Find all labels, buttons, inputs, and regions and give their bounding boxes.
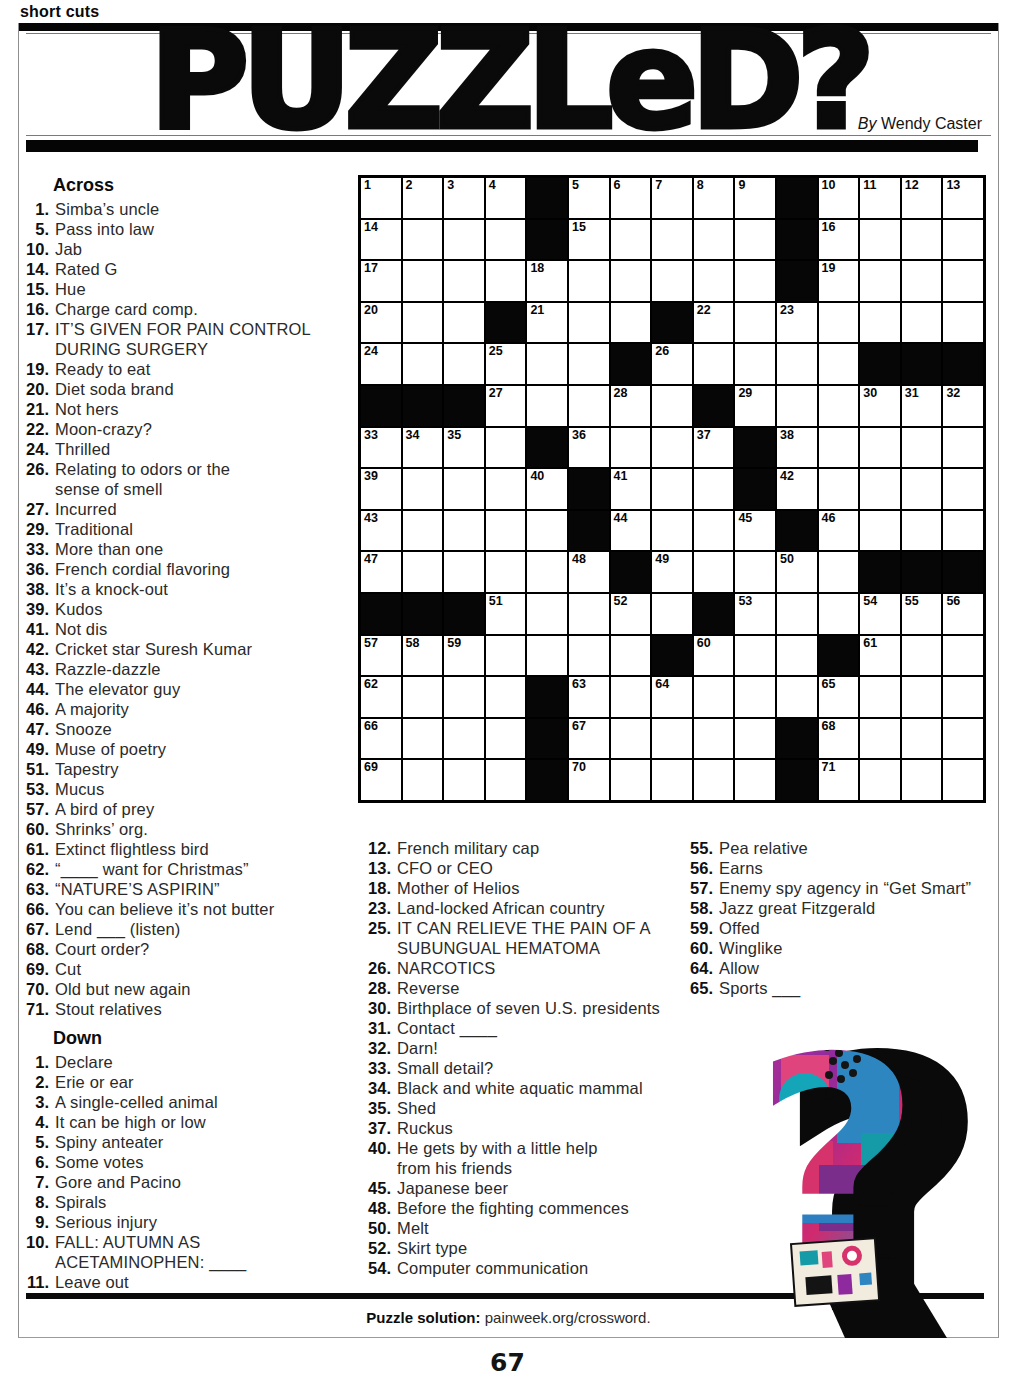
- grid-cell-number: 48: [572, 553, 586, 566]
- grid-cell[interactable]: 25: [486, 344, 526, 384]
- clue-number: 11.: [21, 1272, 55, 1292]
- clue-item: 60.Winglike: [685, 938, 990, 958]
- grid-cell[interactable]: [444, 511, 484, 551]
- page-title: PUZZLeD?: [19, 25, 998, 137]
- clue-item: 55.Pea relative: [685, 838, 990, 858]
- grid-cell[interactable]: 61: [860, 636, 900, 676]
- grid-cell[interactable]: [819, 552, 859, 592]
- grid-cell[interactable]: 10: [819, 178, 859, 218]
- grid-cell[interactable]: [735, 261, 775, 301]
- grid-cell[interactable]: [444, 760, 484, 800]
- grid-cell[interactable]: [444, 552, 484, 592]
- clue-number: 1.: [21, 1052, 55, 1072]
- grid-cell[interactable]: [652, 760, 692, 800]
- grid-cell-number: 45: [738, 512, 752, 525]
- grid-cell-black: [777, 220, 817, 260]
- grid-cell[interactable]: 36: [569, 428, 609, 468]
- clue-text: Earns: [719, 858, 763, 878]
- clue-item: 34.Black and white aquatic mammal: [359, 1078, 684, 1098]
- grid-cell[interactable]: 22: [694, 303, 734, 343]
- grid-cell-number: 26: [655, 345, 669, 358]
- grid-cell[interactable]: [527, 594, 567, 634]
- grid-cell-black: [569, 511, 609, 551]
- grid-cell[interactable]: [403, 719, 443, 759]
- clue-item: 50.Melt: [359, 1218, 684, 1238]
- grid-cell[interactable]: [860, 261, 900, 301]
- grid-cell[interactable]: [860, 677, 900, 717]
- grid-cell[interactable]: 59: [444, 636, 484, 676]
- clue-number: 32.: [359, 1038, 397, 1058]
- grid-cell[interactable]: [819, 469, 859, 509]
- down-heading: Down: [53, 1028, 351, 1049]
- grid-cell-number: 33: [364, 429, 378, 442]
- grid-cell[interactable]: 28: [611, 386, 651, 426]
- grid-cell[interactable]: [694, 511, 734, 551]
- grid-cell-number: 67: [572, 720, 586, 733]
- clue-text: Black and white aquatic mammal: [397, 1078, 643, 1098]
- grid-cell[interactable]: [902, 469, 942, 509]
- grid-cell[interactable]: [735, 303, 775, 343]
- clue-item: 33.More than one: [21, 539, 351, 559]
- grid-cell[interactable]: 3: [444, 178, 484, 218]
- left-clue-column: Across 1.Simba’s uncle5.Pass into law10.…: [21, 175, 351, 1292]
- grid-cell[interactable]: 38: [777, 428, 817, 468]
- clue-item: 44.The elevator guy: [21, 679, 351, 699]
- grid-cell[interactable]: 58: [403, 636, 443, 676]
- grid-cell[interactable]: [403, 552, 443, 592]
- grid-cell[interactable]: [860, 303, 900, 343]
- grid-cell-black: [652, 303, 692, 343]
- grid-cell[interactable]: [652, 261, 692, 301]
- grid-cell[interactable]: 14: [361, 220, 401, 260]
- grid-cell[interactable]: [735, 760, 775, 800]
- grid-cell[interactable]: 57: [361, 636, 401, 676]
- clue-number: 44.: [21, 679, 55, 699]
- grid-cell[interactable]: 4: [486, 178, 526, 218]
- grid-cell[interactable]: [444, 220, 484, 260]
- clue-text: He gets by with a little help from his f…: [397, 1138, 598, 1178]
- clue-text: “____ want for Christmas”: [55, 859, 249, 879]
- grid-cell[interactable]: [694, 552, 734, 592]
- grid-cell[interactable]: [403, 344, 443, 384]
- clue-number: 67.: [21, 919, 55, 939]
- grid-cell[interactable]: [902, 677, 942, 717]
- grid-cell-number: 39: [364, 470, 378, 483]
- grid-cell[interactable]: [527, 552, 567, 592]
- grid-cell[interactable]: 40: [527, 469, 567, 509]
- clue-number: 68.: [21, 939, 55, 959]
- grid-cell[interactable]: [860, 511, 900, 551]
- grid-cell-number: 6: [614, 179, 621, 192]
- grid-cell[interactable]: [486, 552, 526, 592]
- grid-cell-number: 28: [614, 387, 628, 400]
- grid-cell[interactable]: [902, 261, 942, 301]
- grid-cell[interactable]: [403, 303, 443, 343]
- clue-item: 9.Serious injury: [21, 1212, 351, 1232]
- grid-cell[interactable]: 31: [902, 386, 942, 426]
- grid-cell[interactable]: [902, 760, 942, 800]
- grid-cell[interactable]: [403, 760, 443, 800]
- clue-text: Kudos: [55, 599, 103, 619]
- clue-item: 68.Court order?: [21, 939, 351, 959]
- grid-cell[interactable]: [652, 511, 692, 551]
- clue-item: 5.Pass into law: [21, 219, 351, 239]
- grid-cell[interactable]: 35: [444, 428, 484, 468]
- grid-cell[interactable]: [569, 303, 609, 343]
- clue-number: 60.: [685, 938, 719, 958]
- grid-cell[interactable]: 62: [361, 677, 401, 717]
- byline-name: Wendy Caster: [881, 115, 982, 132]
- grid-cell[interactable]: 11: [860, 178, 900, 218]
- grid-cell[interactable]: [569, 594, 609, 634]
- clue-number: 21.: [21, 399, 55, 419]
- grid-cell[interactable]: [735, 636, 775, 676]
- grid-cell[interactable]: [486, 220, 526, 260]
- grid-cell[interactable]: [735, 220, 775, 260]
- clue-number: 24.: [21, 439, 55, 459]
- grid-cell[interactable]: [819, 594, 859, 634]
- grid-cell[interactable]: [611, 428, 651, 468]
- grid-cell[interactable]: 64: [652, 677, 692, 717]
- question-mark-collage-graphic: ? ?: [741, 1013, 969, 1338]
- grid-cell-number: 56: [946, 595, 960, 608]
- clue-text: Charge card comp.: [55, 299, 198, 319]
- grid-cell[interactable]: [444, 719, 484, 759]
- grid-cell[interactable]: 1: [361, 178, 401, 218]
- middle-clue-column: 12.French military cap13.CFO or CEO18.Mo…: [359, 838, 684, 1278]
- clue-text: A single-celled animal: [55, 1092, 218, 1112]
- grid-cell[interactable]: [902, 303, 942, 343]
- clue-item: 19.Ready to eat: [21, 359, 351, 379]
- clue-number: 18.: [359, 878, 397, 898]
- grid-cell[interactable]: 70: [569, 760, 609, 800]
- grid-cell-black: [735, 469, 775, 509]
- grid-cell[interactable]: [819, 386, 859, 426]
- grid-cell[interactable]: 69: [361, 760, 401, 800]
- grid-cell[interactable]: 60: [694, 636, 734, 676]
- clue-number: 5.: [21, 219, 55, 239]
- grid-cell[interactable]: [777, 636, 817, 676]
- grid-cell[interactable]: [486, 469, 526, 509]
- clue-text: Incurred: [55, 499, 117, 519]
- grid-cell-black: [527, 719, 567, 759]
- clue-text: “NATURE’S ASPIRIN”: [55, 879, 220, 899]
- grid-cell[interactable]: 32: [943, 386, 983, 426]
- grid-cell-number: 31: [905, 387, 919, 400]
- grid-cell[interactable]: [902, 719, 942, 759]
- clue-item: 57.A bird of prey: [21, 799, 351, 819]
- grid-cell-number: 27: [489, 387, 503, 400]
- grid-cell[interactable]: 30: [860, 386, 900, 426]
- grid-cell[interactable]: 50: [777, 552, 817, 592]
- grid-cell[interactable]: 66: [361, 719, 401, 759]
- grid-cell[interactable]: [860, 760, 900, 800]
- grid-cell[interactable]: [819, 428, 859, 468]
- grid-cell[interactable]: 26: [652, 344, 692, 384]
- grid-cell-black: [444, 594, 484, 634]
- clue-number: 3.: [21, 1092, 55, 1112]
- grid-cell[interactable]: [486, 636, 526, 676]
- clue-item: 23.Land-locked African country: [359, 898, 684, 918]
- grid-cell[interactable]: [902, 428, 942, 468]
- grid-cell[interactable]: [777, 386, 817, 426]
- grid-cell-number: 11: [863, 179, 876, 192]
- clue-text: Stout relatives: [55, 999, 162, 1019]
- grid-cell[interactable]: 52: [611, 594, 651, 634]
- clue-number: 51.: [21, 759, 55, 779]
- clue-text: French military cap: [397, 838, 539, 858]
- grid-cell[interactable]: 49: [652, 552, 692, 592]
- grid-cell[interactable]: 63: [569, 677, 609, 717]
- grid-cell[interactable]: [694, 344, 734, 384]
- clue-text: Spiny anteater: [55, 1132, 164, 1152]
- clue-item: 30.Birthplace of seven U.S. presidents: [359, 998, 684, 1018]
- grid-cell[interactable]: 13: [943, 178, 983, 218]
- grid-cell[interactable]: 20: [361, 303, 401, 343]
- clue-item: 25.IT CAN RELIEVE THE PAIN OF A SUBUNGUA…: [359, 918, 684, 958]
- grid-cell[interactable]: 16: [819, 220, 859, 260]
- clue-item: 33.Small detail?: [359, 1058, 684, 1078]
- grid-cell-black: [694, 594, 734, 634]
- clue-item: 3.A single-celled animal: [21, 1092, 351, 1112]
- grid-cell[interactable]: [735, 719, 775, 759]
- grid-cell[interactable]: [819, 344, 859, 384]
- clue-item: 36.French cordial flavoring: [21, 559, 351, 579]
- clue-text: Melt: [397, 1218, 429, 1238]
- grid-cell[interactable]: [486, 428, 526, 468]
- grid-cell[interactable]: [735, 344, 775, 384]
- clue-item: 7.Gore and Pacino: [21, 1172, 351, 1192]
- byline: By Wendy Caster: [858, 115, 982, 133]
- grid-cell[interactable]: [486, 511, 526, 551]
- clue-number: 4.: [21, 1112, 55, 1132]
- grid-cell[interactable]: 19: [819, 261, 859, 301]
- grid-cell[interactable]: [652, 594, 692, 634]
- grid-cell[interactable]: 43: [361, 511, 401, 551]
- clue-item: 57.Enemy spy agency in “Get Smart”: [685, 878, 990, 898]
- grid-cell[interactable]: 47: [361, 552, 401, 592]
- grid-cell[interactable]: [694, 760, 734, 800]
- grid-cell[interactable]: 42: [777, 469, 817, 509]
- grid-cell[interactable]: 51: [486, 594, 526, 634]
- grid-cell[interactable]: [486, 261, 526, 301]
- grid-cell[interactable]: [694, 719, 734, 759]
- grid-cell[interactable]: 23: [777, 303, 817, 343]
- grid-cell-number: 35: [447, 429, 461, 442]
- clue-number: 61.: [21, 839, 55, 859]
- grid-cell[interactable]: [777, 594, 817, 634]
- grid-cell[interactable]: [694, 677, 734, 717]
- grid-cell[interactable]: [403, 511, 443, 551]
- clue-number: 31.: [359, 1018, 397, 1038]
- clue-text: Snooze: [55, 719, 112, 739]
- grid-cell-number: 18: [530, 262, 544, 275]
- grid-cell-number: 22: [697, 304, 711, 317]
- grid-cell[interactable]: 67: [569, 719, 609, 759]
- clue-item: 27.Incurred: [21, 499, 351, 519]
- grid-cell[interactable]: [819, 303, 859, 343]
- grid-cell[interactable]: 37: [694, 428, 734, 468]
- grid-cell[interactable]: 24: [361, 344, 401, 384]
- grid-cell[interactable]: 5: [569, 178, 609, 218]
- clue-item: 52.Skirt type: [359, 1238, 684, 1258]
- grid-cell[interactable]: [486, 677, 526, 717]
- grid-cell[interactable]: 8: [694, 178, 734, 218]
- grid-cell[interactable]: [569, 636, 609, 676]
- grid-cell[interactable]: [943, 719, 983, 759]
- clue-item: 71.Stout relatives: [21, 999, 351, 1019]
- grid-cell[interactable]: [444, 469, 484, 509]
- grid-cell[interactable]: [652, 719, 692, 759]
- grid-cell[interactable]: [902, 636, 942, 676]
- clue-item: 26.NARCOTICS: [359, 958, 684, 978]
- across-section: Across 1.Simba’s uncle5.Pass into law10.…: [21, 175, 351, 1019]
- grid-cell-black: [361, 594, 401, 634]
- grid-cell[interactable]: 44: [611, 511, 651, 551]
- grid-cell[interactable]: [943, 220, 983, 260]
- grid-cell[interactable]: 54: [860, 594, 900, 634]
- grid-cell[interactable]: [943, 428, 983, 468]
- clue-text: Shed: [397, 1098, 436, 1118]
- grid-cell[interactable]: 56: [943, 594, 983, 634]
- grid-cell[interactable]: 48: [569, 552, 609, 592]
- grid-cell[interactable]: [444, 677, 484, 717]
- clue-item: 64.Allow: [685, 958, 990, 978]
- grid-cell[interactable]: 7: [652, 178, 692, 218]
- clue-text: You can believe it’s not butter: [55, 899, 274, 919]
- grid-cell[interactable]: 18: [527, 261, 567, 301]
- grid-cell[interactable]: [569, 261, 609, 301]
- grid-cell-number: 20: [364, 304, 378, 317]
- grid-cell[interactable]: [694, 261, 734, 301]
- grid-cell-number: 55: [905, 595, 919, 608]
- grid-cell[interactable]: [902, 511, 942, 551]
- grid-cell[interactable]: [569, 386, 609, 426]
- grid-cell[interactable]: [486, 719, 526, 759]
- grid-cell[interactable]: [943, 469, 983, 509]
- grid-cell[interactable]: 39: [361, 469, 401, 509]
- grid-cell[interactable]: 65: [819, 677, 859, 717]
- grid-cell[interactable]: [611, 636, 651, 676]
- grid-cell[interactable]: [611, 303, 651, 343]
- grid-cell[interactable]: [777, 677, 817, 717]
- grid-cell[interactable]: [902, 220, 942, 260]
- grid-cell[interactable]: [403, 677, 443, 717]
- clue-number: 8.: [21, 1192, 55, 1212]
- grid-cell[interactable]: [735, 552, 775, 592]
- grid-cell[interactable]: [943, 677, 983, 717]
- grid-cell[interactable]: [777, 344, 817, 384]
- clue-number: 9.: [21, 1212, 55, 1232]
- grid-cell[interactable]: 17: [361, 261, 401, 301]
- grid-cell[interactable]: 2: [403, 178, 443, 218]
- clue-text: Relating to odors or the sense of smell: [55, 459, 230, 499]
- clue-text: French cordial flavoring: [55, 559, 230, 579]
- grid-cell[interactable]: [611, 760, 651, 800]
- grid-cell[interactable]: [652, 469, 692, 509]
- grid-cell[interactable]: [943, 511, 983, 551]
- grid-cell[interactable]: [611, 220, 651, 260]
- grid-cell[interactable]: [694, 220, 734, 260]
- grid-cell[interactable]: [403, 261, 443, 301]
- grid-cell[interactable]: [860, 719, 900, 759]
- grid-cell[interactable]: 6: [611, 178, 651, 218]
- grid-cell[interactable]: 68: [819, 719, 859, 759]
- clue-text: Tapestry: [55, 759, 119, 779]
- clue-item: 13.CFO or CEO: [359, 858, 684, 878]
- grid-cell[interactable]: [611, 677, 651, 717]
- grid-cell[interactable]: [943, 261, 983, 301]
- grid-cell[interactable]: 41: [611, 469, 651, 509]
- grid-cell[interactable]: [444, 261, 484, 301]
- grid-cell[interactable]: 27: [486, 386, 526, 426]
- grid-cell[interactable]: [652, 386, 692, 426]
- clue-item: 40.He gets by with a little help from hi…: [359, 1138, 684, 1178]
- grid-cell[interactable]: [527, 511, 567, 551]
- grid-cell-number: 54: [863, 595, 877, 608]
- grid-cell[interactable]: [694, 469, 734, 509]
- grid-cell[interactable]: [652, 428, 692, 468]
- clue-number: 40.: [359, 1138, 397, 1178]
- grid-cell[interactable]: 33: [361, 428, 401, 468]
- grid-cell[interactable]: 21: [527, 303, 567, 343]
- grid-cell[interactable]: 53: [735, 594, 775, 634]
- grid-cell[interactable]: 46: [819, 511, 859, 551]
- grid-cell-black: [735, 428, 775, 468]
- grid-cell-number: 8: [697, 179, 704, 192]
- grid-cell[interactable]: [943, 760, 983, 800]
- grid-cell[interactable]: [943, 636, 983, 676]
- grid-cell[interactable]: 15: [569, 220, 609, 260]
- grid-cell-number: 61: [863, 637, 877, 650]
- grid-cell[interactable]: [569, 344, 609, 384]
- grid-cell[interactable]: 9: [735, 178, 775, 218]
- grid-cell[interactable]: 29: [735, 386, 775, 426]
- grid-cell[interactable]: [611, 719, 651, 759]
- grid-cell[interactable]: 12: [902, 178, 942, 218]
- clue-item: 10.Jab: [21, 239, 351, 259]
- grid-cell[interactable]: [527, 636, 567, 676]
- clue-item: 28.Reverse: [359, 978, 684, 998]
- grid-cell[interactable]: 71: [819, 760, 859, 800]
- grid-cell-number: 9: [738, 179, 745, 192]
- grid-cell[interactable]: [860, 428, 900, 468]
- grid-cell[interactable]: [403, 220, 443, 260]
- grid-cell[interactable]: [444, 303, 484, 343]
- grid-cell[interactable]: [735, 677, 775, 717]
- grid-cell[interactable]: [444, 344, 484, 384]
- clue-item: 5.Spiny anteater: [21, 1132, 351, 1152]
- grid-cell[interactable]: [527, 344, 567, 384]
- grid-cell[interactable]: [611, 261, 651, 301]
- clue-item: 65.Sports ___: [685, 978, 990, 998]
- grid-cell-number: 46: [822, 512, 836, 525]
- grid-cell[interactable]: [403, 469, 443, 509]
- grid-cell[interactable]: [652, 220, 692, 260]
- grid-cell[interactable]: [527, 386, 567, 426]
- grid-cell[interactable]: 55: [902, 594, 942, 634]
- grid-cell[interactable]: [860, 469, 900, 509]
- right-clue-column: 55.Pea relative56.Earns57.Enemy spy agen…: [685, 838, 990, 998]
- clue-text: Sports ___: [719, 978, 800, 998]
- grid-cell[interactable]: [486, 760, 526, 800]
- grid-cell[interactable]: 45: [735, 511, 775, 551]
- clue-text: Ready to eat: [55, 359, 150, 379]
- grid-cell[interactable]: [943, 303, 983, 343]
- grid-cell[interactable]: 34: [403, 428, 443, 468]
- clue-number: 70.: [21, 979, 55, 999]
- grid-cell[interactable]: [860, 220, 900, 260]
